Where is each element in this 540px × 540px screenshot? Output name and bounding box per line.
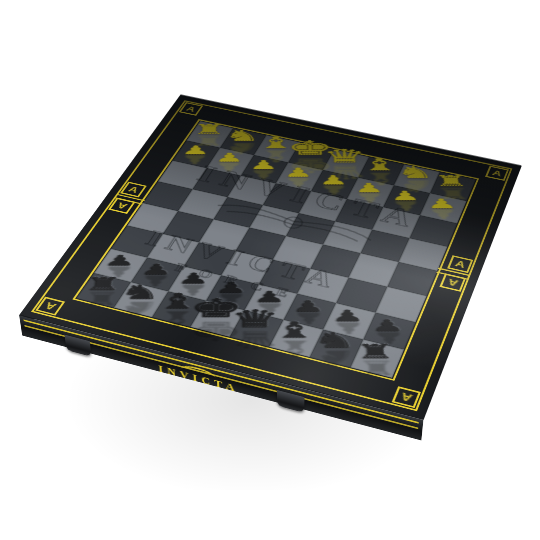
latch-clasp bbox=[64, 335, 91, 357]
chess-board-box: INVICTA INVICTA FORCE AAAAAAAA ♜♜♞♞♝♝♚♚♛… bbox=[19, 95, 521, 420]
scene: INVICTA INVICTA FORCE AAAAAAAA ♜♜♞♞♝♝♚♚♛… bbox=[0, 0, 540, 540]
piece-reflection: ♟ bbox=[319, 184, 349, 197]
piece-yellow-pawn-d2[interactable]: ♟♟ bbox=[314, 159, 352, 186]
piece-yellow-pawn-g2[interactable]: ♟♟ bbox=[211, 137, 248, 163]
piece-yellow-pawn-c2[interactable]: ♟♟ bbox=[349, 167, 389, 194]
piece-yellow-pawn-a2[interactable]: ♟♟ bbox=[420, 182, 462, 210]
product-photo-invicta-chess-set: { "game": "chess", "scene_description": … bbox=[0, 0, 540, 540]
piece-yellow-pawn-e2[interactable]: ♟♟ bbox=[280, 152, 317, 179]
piece-yellow-pawn-h2[interactable]: ♟♟ bbox=[177, 130, 215, 156]
piece-reflection: ♟ bbox=[180, 153, 209, 165]
piece-yellow-pawn-f2[interactable]: ♟♟ bbox=[245, 144, 282, 170]
piece-reflection: ♟ bbox=[249, 168, 278, 181]
piece-yellow-pawn-b2[interactable]: ♟♟ bbox=[384, 174, 425, 202]
piece-reflection: ♟ bbox=[284, 176, 313, 189]
piece-reflection: ♟ bbox=[391, 199, 422, 212]
latch-clasp bbox=[277, 390, 305, 413]
piece-reflection: ♟ bbox=[355, 191, 386, 204]
piece-reflection: ♟ bbox=[427, 207, 459, 220]
piece-reflection: ♟ bbox=[214, 161, 243, 173]
